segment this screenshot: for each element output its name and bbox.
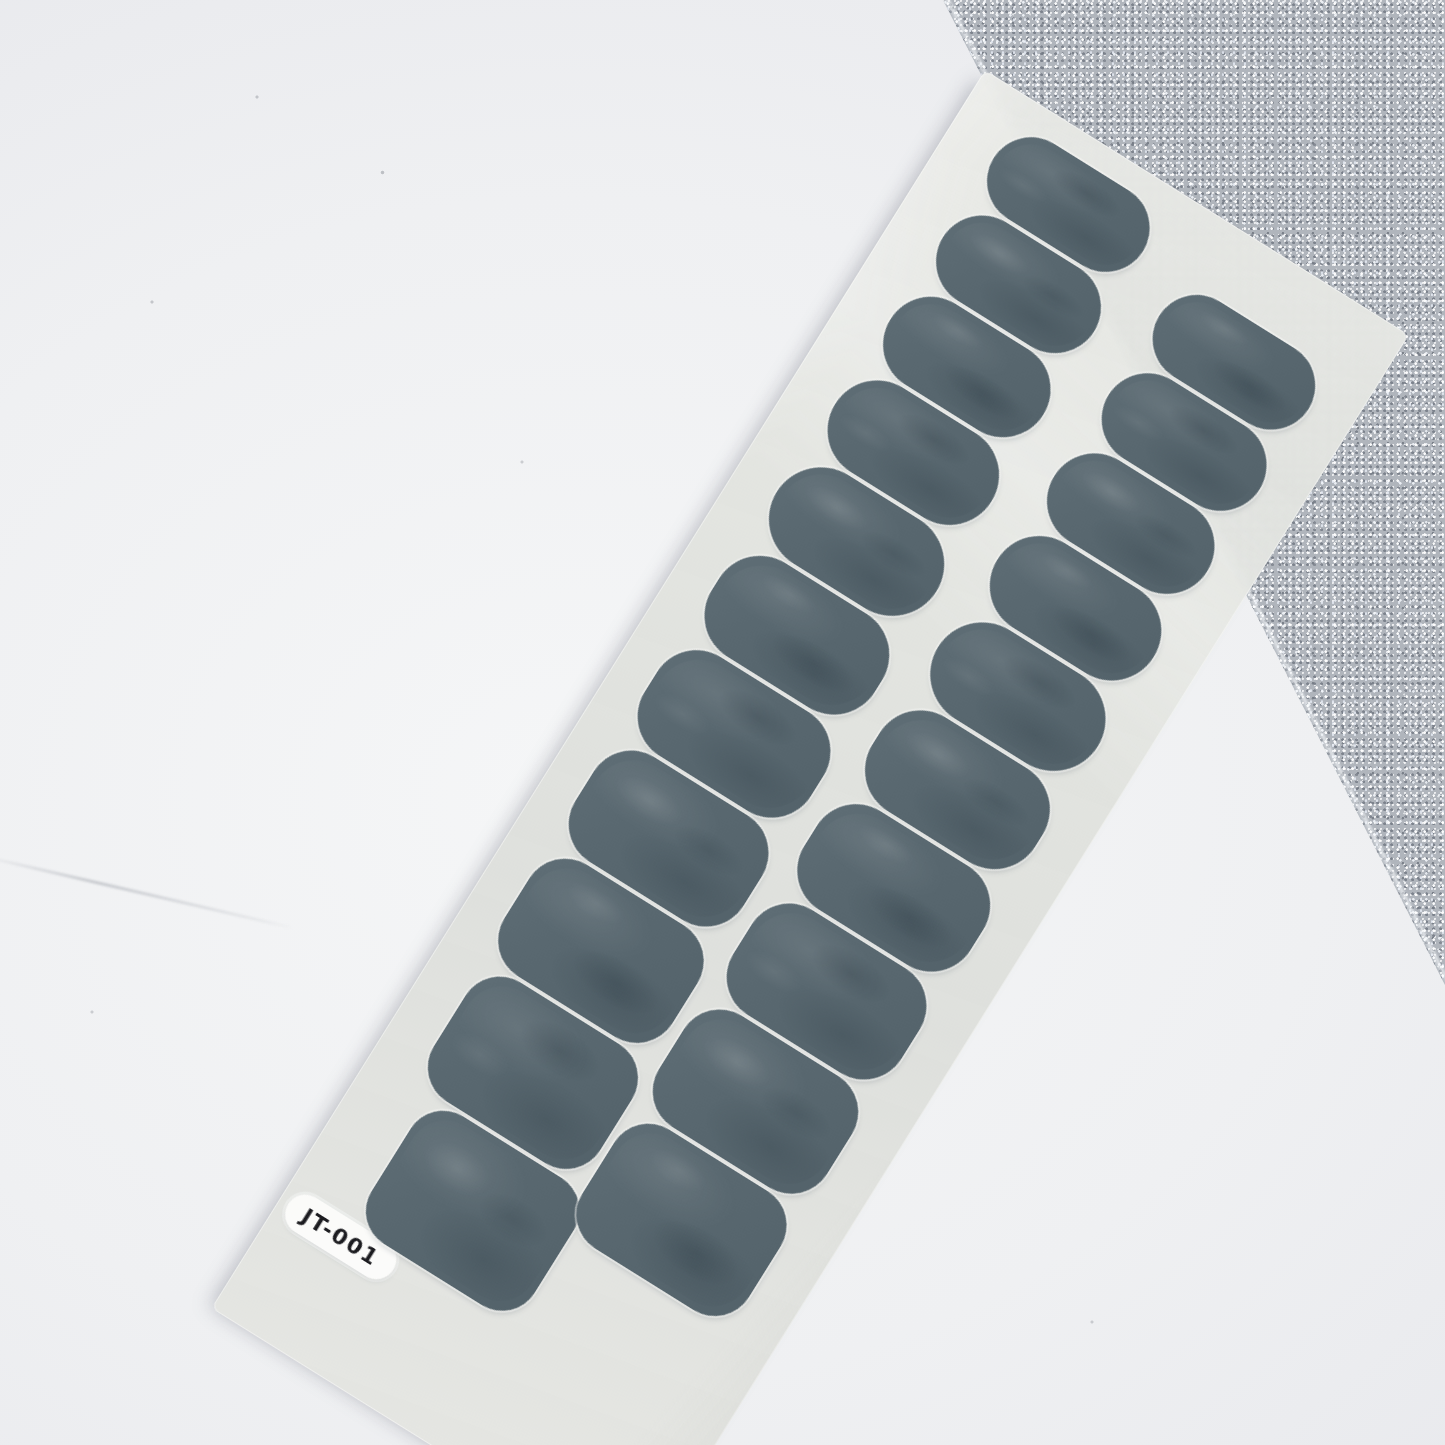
product-photo: JT-001: [0, 0, 1445, 1445]
